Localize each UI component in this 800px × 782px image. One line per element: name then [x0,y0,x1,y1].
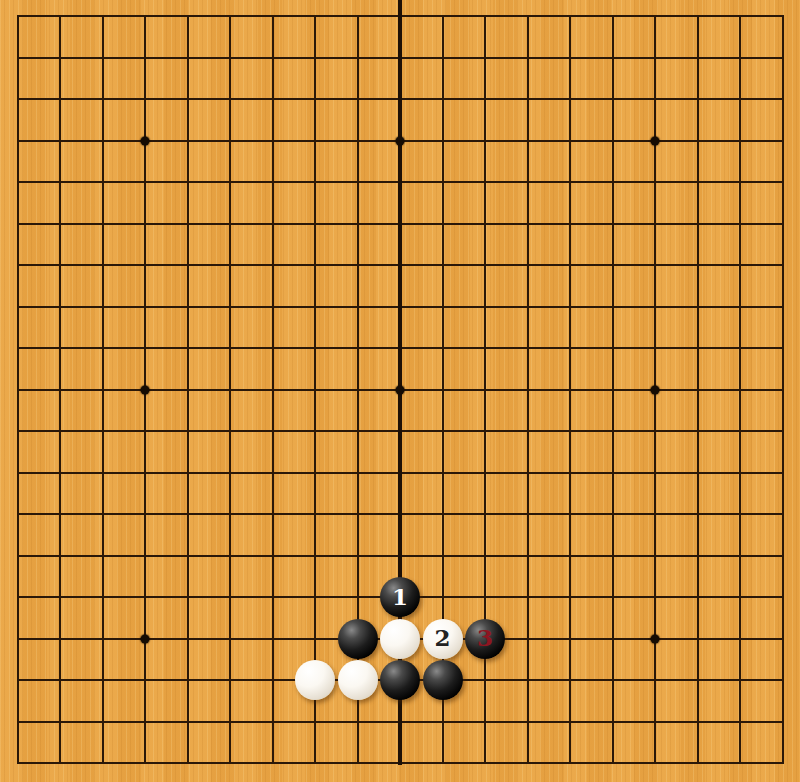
intersection[interactable] [634,410,677,452]
intersection[interactable] [591,244,634,286]
intersection[interactable] [124,535,167,577]
intersection[interactable] [294,327,337,369]
intersection[interactable] [124,78,167,120]
intersection[interactable] [251,576,294,618]
intersection[interactable] [251,0,294,37]
intersection[interactable] [379,0,422,37]
intersection[interactable] [634,37,677,79]
intersection[interactable] [39,493,82,535]
intersection[interactable] [549,659,592,701]
intersection[interactable] [336,286,379,328]
intersection[interactable] [464,327,507,369]
intersection[interactable] [634,659,677,701]
intersection[interactable] [719,576,762,618]
intersection[interactable] [209,78,252,120]
intersection[interactable] [294,120,337,162]
intersection[interactable] [251,535,294,577]
intersection[interactable] [549,701,592,743]
intersection[interactable] [166,369,209,411]
intersection[interactable] [209,244,252,286]
intersection[interactable] [591,0,634,37]
intersection[interactable] [506,286,549,328]
intersection[interactable] [0,535,39,577]
intersection[interactable] [294,286,337,328]
intersection[interactable] [761,37,800,79]
intersection[interactable] [634,327,677,369]
intersection[interactable] [251,286,294,328]
intersection[interactable] [591,369,634,411]
intersection[interactable] [676,161,719,203]
intersection[interactable] [336,618,379,660]
intersection[interactable] [676,742,719,782]
intersection[interactable] [81,535,124,577]
intersection[interactable] [719,0,762,37]
intersection[interactable] [379,659,422,701]
intersection[interactable] [81,286,124,328]
intersection[interactable] [294,493,337,535]
intersection[interactable] [379,120,422,162]
intersection[interactable] [39,161,82,203]
intersection[interactable] [676,369,719,411]
intersection[interactable] [421,161,464,203]
intersection[interactable] [634,742,677,782]
intersection[interactable] [336,493,379,535]
intersection[interactable] [209,120,252,162]
intersection[interactable] [464,701,507,743]
intersection[interactable] [464,410,507,452]
intersection[interactable] [251,742,294,782]
intersection[interactable] [591,120,634,162]
intersection[interactable] [676,618,719,660]
intersection[interactable] [676,701,719,743]
intersection[interactable] [761,452,800,494]
intersection[interactable] [81,0,124,37]
intersection[interactable] [506,120,549,162]
intersection[interactable] [81,701,124,743]
intersection[interactable] [421,742,464,782]
intersection[interactable] [336,369,379,411]
intersection[interactable] [166,161,209,203]
intersection[interactable] [464,120,507,162]
intersection[interactable] [39,742,82,782]
intersection[interactable] [379,78,422,120]
intersection[interactable] [166,37,209,79]
intersection[interactable] [464,244,507,286]
intersection[interactable] [0,701,39,743]
intersection[interactable] [676,120,719,162]
intersection[interactable] [39,535,82,577]
intersection[interactable] [549,244,592,286]
intersection[interactable] [421,369,464,411]
intersection[interactable] [81,37,124,79]
intersection[interactable] [251,161,294,203]
intersection[interactable] [251,244,294,286]
intersection[interactable] [464,493,507,535]
intersection[interactable] [464,659,507,701]
intersection[interactable] [0,78,39,120]
intersection[interactable] [209,286,252,328]
intersection[interactable] [591,535,634,577]
intersection[interactable] [81,203,124,245]
intersection[interactable] [81,576,124,618]
intersection[interactable] [506,618,549,660]
intersection[interactable] [251,410,294,452]
intersection[interactable] [124,618,167,660]
intersection[interactable] [464,37,507,79]
intersection[interactable] [336,659,379,701]
intersection[interactable] [379,244,422,286]
intersection[interactable] [591,742,634,782]
intersection[interactable] [209,659,252,701]
intersection[interactable] [379,493,422,535]
intersection[interactable] [251,78,294,120]
intersection[interactable] [676,576,719,618]
intersection[interactable] [124,0,167,37]
intersection[interactable] [464,203,507,245]
intersection[interactable] [506,493,549,535]
intersection[interactable] [591,452,634,494]
intersection[interactable] [251,701,294,743]
intersection[interactable] [39,244,82,286]
intersection[interactable] [336,37,379,79]
intersection[interactable] [209,535,252,577]
intersection[interactable] [761,410,800,452]
intersection[interactable] [761,0,800,37]
intersection[interactable] [549,369,592,411]
intersection[interactable] [166,244,209,286]
intersection[interactable] [209,576,252,618]
intersection[interactable] [719,742,762,782]
intersection[interactable] [634,701,677,743]
intersection[interactable] [761,576,800,618]
intersection[interactable] [676,410,719,452]
intersection[interactable] [81,659,124,701]
intersection[interactable] [39,576,82,618]
intersection[interactable] [39,286,82,328]
intersection[interactable] [549,286,592,328]
intersection[interactable] [676,452,719,494]
intersection[interactable] [209,161,252,203]
intersection[interactable] [39,452,82,494]
intersection[interactable] [379,369,422,411]
intersection[interactable] [676,0,719,37]
intersection[interactable] [81,244,124,286]
intersection[interactable] [251,327,294,369]
intersection[interactable] [634,244,677,286]
intersection[interactable] [39,410,82,452]
intersection[interactable] [591,659,634,701]
intersection[interactable] [761,78,800,120]
intersection[interactable] [591,161,634,203]
intersection[interactable] [719,701,762,743]
intersection[interactable] [166,535,209,577]
intersection[interactable] [0,286,39,328]
intersection[interactable] [719,618,762,660]
intersection[interactable] [761,701,800,743]
intersection[interactable] [676,327,719,369]
intersection[interactable] [251,120,294,162]
intersection[interactable] [124,37,167,79]
intersection[interactable] [166,327,209,369]
intersection[interactable] [166,0,209,37]
intersection[interactable] [421,203,464,245]
intersection[interactable] [0,161,39,203]
intersection[interactable] [676,244,719,286]
intersection[interactable] [124,286,167,328]
intersection[interactable] [336,576,379,618]
intersection[interactable] [719,327,762,369]
intersection[interactable] [166,742,209,782]
intersection[interactable] [761,535,800,577]
intersection[interactable] [166,286,209,328]
intersection[interactable] [294,0,337,37]
intersection[interactable] [336,410,379,452]
intersection[interactable] [421,576,464,618]
intersection[interactable] [634,452,677,494]
intersection[interactable] [634,535,677,577]
intersection[interactable] [761,369,800,411]
intersection[interactable] [634,369,677,411]
intersection[interactable] [294,369,337,411]
intersection[interactable] [506,742,549,782]
intersection[interactable] [0,244,39,286]
intersection[interactable] [336,203,379,245]
intersection[interactable] [506,0,549,37]
intersection[interactable] [81,327,124,369]
intersection[interactable] [634,618,677,660]
intersection[interactable] [39,120,82,162]
intersection[interactable] [421,286,464,328]
intersection[interactable] [379,742,422,782]
intersection[interactable] [676,286,719,328]
intersection[interactable] [549,535,592,577]
intersection[interactable] [506,410,549,452]
intersection[interactable] [251,659,294,701]
intersection[interactable] [336,701,379,743]
intersection[interactable] [166,452,209,494]
intersection[interactable] [294,535,337,577]
intersection[interactable] [421,37,464,79]
intersection[interactable] [464,0,507,37]
intersection[interactable] [549,618,592,660]
intersection[interactable] [591,37,634,79]
intersection[interactable] [39,203,82,245]
intersection[interactable] [294,452,337,494]
intersection[interactable] [676,535,719,577]
intersection[interactable] [336,452,379,494]
intersection[interactable] [421,535,464,577]
intersection[interactable] [124,576,167,618]
intersection[interactable] [464,78,507,120]
intersection[interactable] [634,120,677,162]
intersection[interactable] [81,369,124,411]
intersection[interactable] [81,120,124,162]
intersection[interactable] [209,0,252,37]
intersection[interactable] [719,244,762,286]
intersection[interactable] [549,493,592,535]
intersection[interactable] [761,327,800,369]
intersection[interactable]: 2 [421,618,464,660]
intersection[interactable] [166,78,209,120]
intersection[interactable] [421,78,464,120]
intersection[interactable] [81,78,124,120]
intersection[interactable] [761,286,800,328]
intersection[interactable] [336,327,379,369]
intersection[interactable] [251,493,294,535]
intersection[interactable] [209,327,252,369]
intersection[interactable] [0,327,39,369]
intersection[interactable] [336,161,379,203]
intersection[interactable] [0,410,39,452]
intersection[interactable] [464,286,507,328]
intersection[interactable] [294,203,337,245]
intersection[interactable] [761,161,800,203]
intersection[interactable] [549,37,592,79]
intersection[interactable] [166,618,209,660]
intersection[interactable] [634,161,677,203]
intersection[interactable] [124,701,167,743]
intersection[interactable] [124,493,167,535]
intersection[interactable] [0,742,39,782]
intersection[interactable] [464,742,507,782]
intersection[interactable] [421,452,464,494]
intersection[interactable] [124,203,167,245]
intersection[interactable] [379,618,422,660]
intersection[interactable] [719,452,762,494]
intersection[interactable] [124,244,167,286]
intersection[interactable] [379,535,422,577]
intersection[interactable] [719,535,762,577]
intersection[interactable] [761,244,800,286]
intersection[interactable] [336,0,379,37]
intersection[interactable] [379,37,422,79]
intersection[interactable] [39,701,82,743]
intersection[interactable] [676,78,719,120]
intersection[interactable] [294,742,337,782]
intersection[interactable] [379,203,422,245]
intersection[interactable] [761,203,800,245]
intersection[interactable] [209,742,252,782]
intersection[interactable] [506,78,549,120]
intersection[interactable] [209,369,252,411]
intersection[interactable] [166,659,209,701]
intersection[interactable] [506,161,549,203]
intersection[interactable] [549,576,592,618]
intersection[interactable] [124,161,167,203]
intersection[interactable] [719,78,762,120]
intersection[interactable] [336,742,379,782]
intersection[interactable] [209,37,252,79]
intersection[interactable] [676,37,719,79]
intersection[interactable] [421,120,464,162]
intersection[interactable] [506,37,549,79]
intersection[interactable] [294,37,337,79]
intersection[interactable] [421,327,464,369]
intersection[interactable] [719,161,762,203]
intersection[interactable] [719,203,762,245]
intersection[interactable] [549,742,592,782]
intersection[interactable] [379,410,422,452]
intersection[interactable] [421,659,464,701]
intersection[interactable] [549,410,592,452]
intersection[interactable] [124,327,167,369]
intersection[interactable] [294,161,337,203]
intersection[interactable] [464,452,507,494]
intersection[interactable] [251,452,294,494]
intersection[interactable] [634,286,677,328]
intersection[interactable] [464,535,507,577]
intersection[interactable] [421,410,464,452]
intersection[interactable] [761,493,800,535]
intersection[interactable] [0,203,39,245]
intersection[interactable] [591,327,634,369]
intersection[interactable] [209,618,252,660]
intersection[interactable] [549,78,592,120]
intersection[interactable] [81,742,124,782]
intersection[interactable] [0,120,39,162]
intersection[interactable] [634,203,677,245]
intersection[interactable] [379,452,422,494]
intersection[interactable] [81,493,124,535]
intersection[interactable] [166,576,209,618]
intersection[interactable] [549,120,592,162]
intersection[interactable] [336,120,379,162]
intersection[interactable] [591,203,634,245]
intersection[interactable] [294,618,337,660]
intersection[interactable] [124,742,167,782]
intersection[interactable] [421,493,464,535]
intersection[interactable] [421,701,464,743]
intersection[interactable] [761,618,800,660]
intersection[interactable] [0,576,39,618]
intersection[interactable] [421,244,464,286]
intersection[interactable]: 3 [464,618,507,660]
intersection[interactable] [209,701,252,743]
intersection[interactable] [591,78,634,120]
intersection[interactable] [591,701,634,743]
intersection[interactable] [294,410,337,452]
intersection[interactable] [0,659,39,701]
intersection[interactable] [0,0,39,37]
intersection[interactable] [761,120,800,162]
intersection[interactable] [81,410,124,452]
intersection[interactable] [209,203,252,245]
intersection[interactable] [761,659,800,701]
intersection[interactable] [39,369,82,411]
intersection[interactable] [39,37,82,79]
intersection[interactable] [591,410,634,452]
intersection[interactable] [549,161,592,203]
intersection[interactable] [591,576,634,618]
intersection[interactable] [39,659,82,701]
intersection[interactable] [676,659,719,701]
intersection[interactable] [506,203,549,245]
intersection[interactable] [124,659,167,701]
intersection[interactable] [336,78,379,120]
intersection[interactable] [719,120,762,162]
intersection[interactable] [209,452,252,494]
intersection[interactable] [39,0,82,37]
intersection[interactable] [81,161,124,203]
intersection[interactable] [0,618,39,660]
intersection[interactable] [506,659,549,701]
intersection[interactable] [464,161,507,203]
intersection[interactable] [634,576,677,618]
intersection[interactable] [379,161,422,203]
intersection[interactable] [166,120,209,162]
intersection[interactable] [251,618,294,660]
intersection[interactable] [209,493,252,535]
